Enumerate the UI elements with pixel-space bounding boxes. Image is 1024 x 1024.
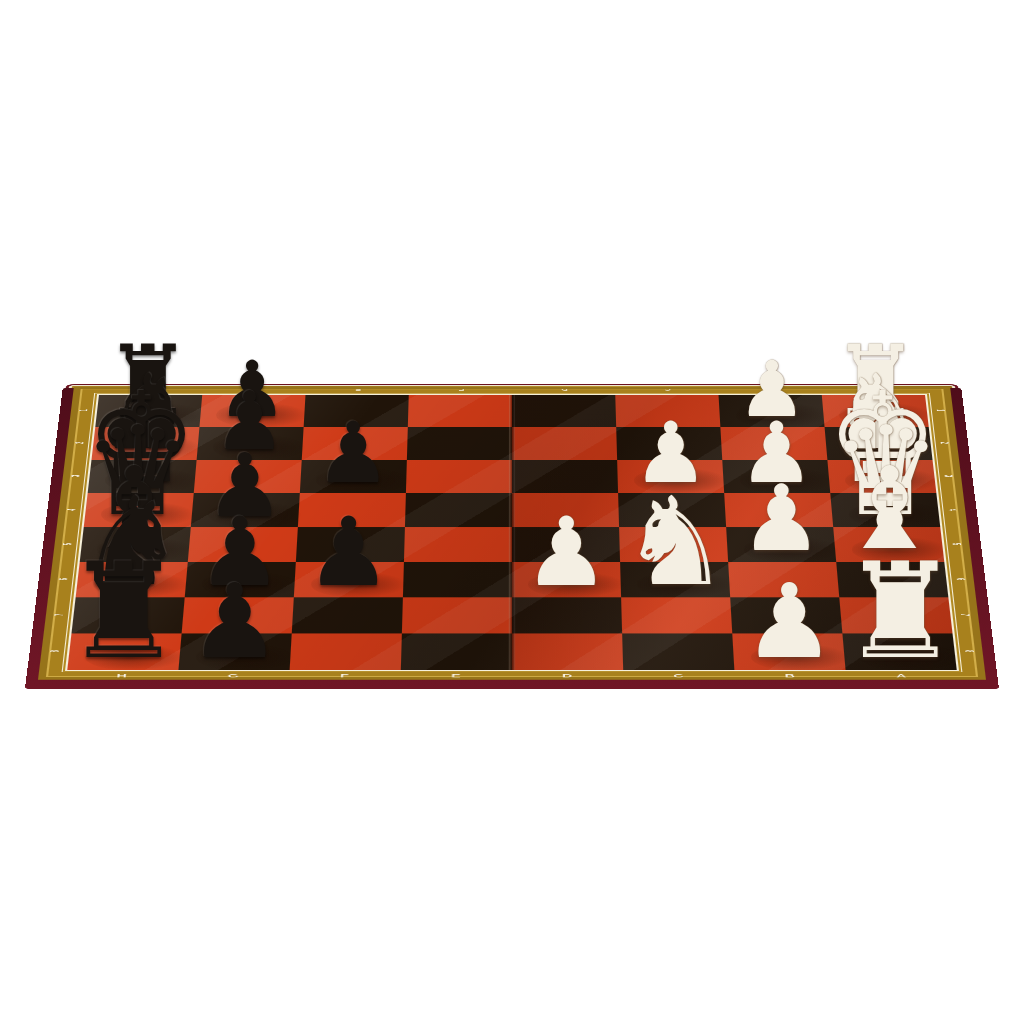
square-e1[interactable] bbox=[408, 395, 512, 427]
piece-black-pawn-f3[interactable]: ♟ bbox=[315, 411, 391, 495]
file-label-far-E: E bbox=[445, 388, 475, 391]
rank-label-right-7: 7 bbox=[958, 611, 972, 618]
square-d3[interactable] bbox=[512, 460, 618, 493]
piece-white-pawn-b5[interactable]: ♟ bbox=[741, 473, 823, 564]
file-label-near-D: D bbox=[551, 673, 584, 678]
piece-white-knight-c6[interactable]: ♞ bbox=[620, 481, 730, 603]
file-label-far-F: F bbox=[342, 388, 372, 391]
square-e3[interactable] bbox=[406, 460, 512, 493]
board-fold-seam bbox=[509, 395, 515, 671]
square-e8[interactable] bbox=[401, 633, 512, 670]
file-label-far-C: C bbox=[652, 388, 682, 391]
rank-label-right-8: 8 bbox=[963, 647, 977, 654]
piece-white-pawn-d6[interactable]: ♟ bbox=[524, 505, 609, 600]
file-label-near-E: E bbox=[440, 673, 473, 678]
file-label-near-C: C bbox=[663, 673, 696, 678]
rank-label-right-4: 4 bbox=[946, 506, 959, 513]
square-e4[interactable] bbox=[405, 493, 512, 527]
product-photo-canvas: HHGGFFEEDDCCBBAA1122334455667788 ♜♞♚♛♝♞♜… bbox=[0, 0, 1024, 1024]
square-e5[interactable] bbox=[404, 527, 512, 562]
file-label-near-F: F bbox=[329, 673, 362, 678]
square-e7[interactable] bbox=[402, 597, 512, 633]
piece-black-pawn-g8[interactable]: ♟ bbox=[189, 571, 281, 674]
rank-label-left-8: 8 bbox=[48, 647, 62, 654]
square-f8[interactable] bbox=[290, 633, 402, 670]
piece-white-pawn-b8[interactable]: ♟ bbox=[743, 571, 835, 674]
square-d8[interactable] bbox=[512, 633, 623, 670]
piece-black-rook-h8[interactable]: ♜ bbox=[65, 545, 183, 677]
file-label-far-D: D bbox=[549, 388, 579, 391]
square-e2[interactable] bbox=[407, 427, 512, 460]
piece-white-rook-a8[interactable]: ♜ bbox=[841, 545, 959, 677]
square-c8[interactable] bbox=[622, 633, 734, 670]
piece-black-pawn-f6[interactable]: ♟ bbox=[306, 505, 391, 600]
square-d2[interactable] bbox=[512, 427, 617, 460]
square-d1[interactable] bbox=[512, 395, 616, 427]
square-e6[interactable] bbox=[403, 562, 512, 597]
rank-label-right-3: 3 bbox=[942, 473, 955, 479]
rank-label-left-7: 7 bbox=[52, 611, 66, 618]
